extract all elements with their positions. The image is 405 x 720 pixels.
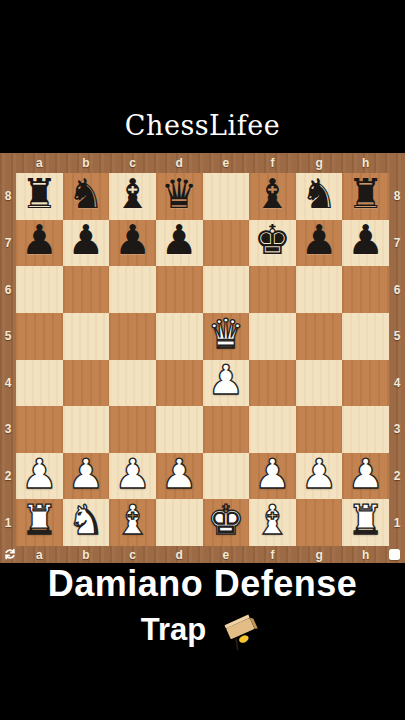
caption-subtitle: Trap xyxy=(141,612,206,648)
black-pawn: ♟ xyxy=(114,220,151,261)
square-a8[interactable]: ♜ xyxy=(16,173,63,220)
square-c1[interactable]: ♝ xyxy=(109,499,156,546)
black-bishop: ♝ xyxy=(114,174,151,215)
square-e4[interactable]: ♟ xyxy=(203,360,250,407)
square-e7[interactable] xyxy=(203,220,250,267)
file-label-d: d xyxy=(156,549,203,561)
square-c8[interactable]: ♝ xyxy=(109,173,156,220)
square-b5[interactable] xyxy=(63,313,110,360)
square-c5[interactable] xyxy=(109,313,156,360)
white-pawn: ♟ xyxy=(114,454,151,495)
square-b1[interactable]: ♞ xyxy=(63,499,110,546)
rank-label-7: 7 xyxy=(389,237,405,249)
square-f6[interactable] xyxy=(249,266,296,313)
square-f3[interactable] xyxy=(249,406,296,453)
files-row: abcdefgh xyxy=(16,546,389,563)
video-frame: ChessLifee abcdefgh 87654321 ♜♞♝♛♝♞♜♟♟♟♟… xyxy=(0,0,405,720)
white-rook: ♜ xyxy=(347,500,384,541)
rank-label-4: 4 xyxy=(389,377,405,389)
black-rook: ♜ xyxy=(347,174,384,215)
ranks-col: 87654321 xyxy=(0,173,16,546)
square-h1[interactable]: ♜ xyxy=(342,499,389,546)
square-e6[interactable] xyxy=(203,266,250,313)
square-h8[interactable]: ♜ xyxy=(342,173,389,220)
square-d7[interactable]: ♟ xyxy=(156,220,203,267)
square-d8[interactable]: ♛ xyxy=(156,173,203,220)
box-trap-emoji xyxy=(220,608,264,652)
rank-label-1: 1 xyxy=(389,517,405,529)
square-f1[interactable]: ♝ xyxy=(249,499,296,546)
square-b7[interactable]: ♟ xyxy=(63,220,110,267)
rank-label-7: 7 xyxy=(0,237,16,249)
file-label-d: d xyxy=(156,157,203,169)
file-label-a: a xyxy=(16,549,63,561)
file-label-f: f xyxy=(249,549,296,561)
rank-label-2: 2 xyxy=(0,470,16,482)
black-king: ♚ xyxy=(254,220,291,261)
file-label-c: c xyxy=(109,157,156,169)
white-knight: ♞ xyxy=(68,500,105,541)
ranks-col: 87654321 xyxy=(389,173,405,546)
square-e5[interactable]: ♛ xyxy=(203,313,250,360)
white-pawn: ♟ xyxy=(301,454,338,495)
black-pawn: ♟ xyxy=(347,220,384,261)
square-g1[interactable] xyxy=(296,499,343,546)
black-pawn: ♟ xyxy=(21,220,58,261)
square-f4[interactable] xyxy=(249,360,296,407)
square-g7[interactable]: ♟ xyxy=(296,220,343,267)
square-a5[interactable] xyxy=(16,313,63,360)
rank-label-3: 3 xyxy=(389,423,405,435)
rank-label-6: 6 xyxy=(389,284,405,296)
white-pawn: ♟ xyxy=(254,454,291,495)
caption-title: Damiano Defense xyxy=(0,564,405,604)
rank-label-1: 1 xyxy=(0,517,16,529)
square-g6[interactable] xyxy=(296,266,343,313)
square-g3[interactable] xyxy=(296,406,343,453)
square-c7[interactable]: ♟ xyxy=(109,220,156,267)
black-knight: ♞ xyxy=(68,174,105,215)
square-h6[interactable] xyxy=(342,266,389,313)
square-a2[interactable]: ♟ xyxy=(16,453,63,500)
square-b6[interactable] xyxy=(63,266,110,313)
square-b3[interactable] xyxy=(63,406,110,453)
file-label-b: b xyxy=(63,157,110,169)
white-pawn: ♟ xyxy=(347,454,384,495)
black-bishop: ♝ xyxy=(254,174,291,215)
white-pawn: ♟ xyxy=(161,454,198,495)
rank-label-3: 3 xyxy=(0,423,16,435)
square-g5[interactable] xyxy=(296,313,343,360)
square-e2[interactable] xyxy=(203,453,250,500)
square-a7[interactable]: ♟ xyxy=(16,220,63,267)
file-label-g: g xyxy=(296,157,343,169)
black-pawn: ♟ xyxy=(301,220,338,261)
white-queen: ♛ xyxy=(207,314,244,355)
board-squares: ♜♞♝♛♝♞♜♟♟♟♟♚♟♟♛♟♟♟♟♟♟♟♟♜♞♝♚♝♜ xyxy=(16,173,389,546)
square-f2[interactable]: ♟ xyxy=(249,453,296,500)
black-queen: ♛ xyxy=(161,174,198,215)
square-b4[interactable] xyxy=(63,360,110,407)
flip-board-icon[interactable] xyxy=(3,547,17,561)
square-c6[interactable] xyxy=(109,266,156,313)
file-label-e: e xyxy=(203,157,250,169)
rank-label-8: 8 xyxy=(0,190,16,202)
square-e8[interactable] xyxy=(203,173,250,220)
file-label-h: h xyxy=(342,549,389,561)
square-h2[interactable]: ♟ xyxy=(342,453,389,500)
square-a4[interactable] xyxy=(16,360,63,407)
file-label-g: g xyxy=(296,549,343,561)
square-a6[interactable] xyxy=(16,266,63,313)
square-d2[interactable]: ♟ xyxy=(156,453,203,500)
file-label-f: f xyxy=(249,157,296,169)
square-c4[interactable] xyxy=(109,360,156,407)
white-pawn: ♟ xyxy=(68,454,105,495)
square-h4[interactable] xyxy=(342,360,389,407)
square-c2[interactable]: ♟ xyxy=(109,453,156,500)
file-label-a: a xyxy=(16,157,63,169)
rank-label-4: 4 xyxy=(0,377,16,389)
square-g4[interactable] xyxy=(296,360,343,407)
file-label-c: c xyxy=(109,549,156,561)
caption: Damiano Defense Trap xyxy=(0,564,405,652)
rank-label-5: 5 xyxy=(0,330,16,342)
file-label-b: b xyxy=(63,549,110,561)
white-pawn: ♟ xyxy=(21,454,58,495)
square-g2[interactable]: ♟ xyxy=(296,453,343,500)
square-a1[interactable]: ♜ xyxy=(16,499,63,546)
square-h3[interactable] xyxy=(342,406,389,453)
white-king: ♚ xyxy=(207,500,244,541)
square-d4[interactable] xyxy=(156,360,203,407)
square-b8[interactable]: ♞ xyxy=(63,173,110,220)
square-f7[interactable]: ♚ xyxy=(249,220,296,267)
black-rook: ♜ xyxy=(21,174,58,215)
square-f5[interactable] xyxy=(249,313,296,360)
white-bishop: ♝ xyxy=(254,500,291,541)
caption-subtitle-row: Trap xyxy=(0,608,405,652)
chess-board: abcdefgh 87654321 ♜♞♝♛♝♞♜♟♟♟♟♚♟♟♛♟♟♟♟♟♟♟… xyxy=(0,153,405,563)
square-e1[interactable]: ♚ xyxy=(203,499,250,546)
black-knight: ♞ xyxy=(301,174,338,215)
black-pawn: ♟ xyxy=(161,220,198,261)
square-c3[interactable] xyxy=(109,406,156,453)
file-label-h: h xyxy=(342,157,389,169)
rank-label-5: 5 xyxy=(389,330,405,342)
square-d5[interactable] xyxy=(156,313,203,360)
square-a3[interactable] xyxy=(16,406,63,453)
square-g8[interactable]: ♞ xyxy=(296,173,343,220)
white-rook: ♜ xyxy=(21,500,58,541)
square-h7[interactable]: ♟ xyxy=(342,220,389,267)
rank-label-8: 8 xyxy=(389,190,405,202)
square-b2[interactable]: ♟ xyxy=(63,453,110,500)
square-d1[interactable] xyxy=(156,499,203,546)
square-h5[interactable] xyxy=(342,313,389,360)
channel-title: ChessLifee xyxy=(0,110,405,141)
square-f8[interactable]: ♝ xyxy=(249,173,296,220)
rank-label-6: 6 xyxy=(0,284,16,296)
stop-square-icon[interactable] xyxy=(389,549,400,560)
rank-label-2: 2 xyxy=(389,470,405,482)
square-d3[interactable] xyxy=(156,406,203,453)
white-bishop: ♝ xyxy=(114,500,151,541)
square-e3[interactable] xyxy=(203,406,250,453)
white-pawn: ♟ xyxy=(207,360,244,401)
file-label-e: e xyxy=(203,549,250,561)
black-pawn: ♟ xyxy=(68,220,105,261)
square-d6[interactable] xyxy=(156,266,203,313)
